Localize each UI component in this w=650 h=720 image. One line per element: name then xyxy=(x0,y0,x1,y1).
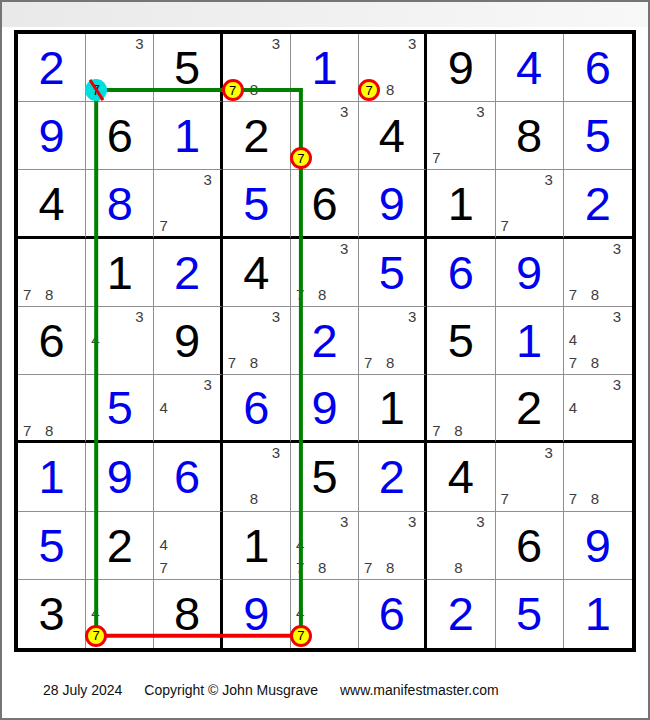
candidate-3: 3 xyxy=(408,36,416,51)
cell-r9c5: 47 xyxy=(291,580,359,648)
solved-digit: 9 xyxy=(223,580,290,648)
candidate-8: 8 xyxy=(318,560,326,575)
footer-website: www.manifestmaster.com xyxy=(340,682,499,698)
given-digit: 2 xyxy=(223,102,290,169)
solved-digit: 1 xyxy=(291,34,358,101)
candidate-8: 8 xyxy=(45,423,53,438)
candidate-3: 3 xyxy=(272,36,280,51)
solved-digit: 5 xyxy=(223,170,290,235)
given-digit: 4 xyxy=(18,170,85,235)
candidate-3: 3 xyxy=(340,241,348,256)
cell-r9c1: 3 xyxy=(18,580,86,648)
candidate-7: 7 xyxy=(364,82,372,97)
cell-r5c6: 378 xyxy=(359,307,427,375)
candidate-3: 3 xyxy=(272,309,280,324)
candidate-3: 3 xyxy=(408,309,416,324)
candidate-8: 8 xyxy=(250,491,258,506)
cell-r8c4: 1 xyxy=(223,512,291,580)
solved-digit: 9 xyxy=(18,102,85,169)
given-digit: 5 xyxy=(154,34,219,101)
cell-r9c3: 8 xyxy=(154,580,222,648)
solved-digit: 6 xyxy=(427,239,494,306)
solved-digit: 6 xyxy=(564,34,632,101)
cell-r8c5: 3478 xyxy=(291,512,359,580)
solved-digit: 6 xyxy=(359,580,424,648)
solved-digit: 2 xyxy=(18,34,85,101)
cell-r9c2: 47 xyxy=(86,580,154,648)
candidate-7: 7 xyxy=(296,628,304,643)
solved-digit: 2 xyxy=(564,170,632,235)
sudoku-board: 2375378137894696123743785483756913727812… xyxy=(14,30,636,652)
candidate-7: 7 xyxy=(159,560,167,575)
cell-r3c2: 8 xyxy=(86,170,154,238)
cell-r6c1: 78 xyxy=(18,375,86,443)
candidate-4: 4 xyxy=(296,537,304,552)
cell-r5c8: 1 xyxy=(496,307,564,375)
candidate-7: 7 xyxy=(501,218,509,233)
given-digit: 2 xyxy=(496,375,563,440)
cell-r8c6: 378 xyxy=(359,512,427,580)
candidate-7: 7 xyxy=(569,491,577,506)
given-digit: 6 xyxy=(18,307,85,374)
cell-r8c7: 38 xyxy=(427,512,495,580)
cell-r3c1: 4 xyxy=(18,170,86,238)
candidate-3: 3 xyxy=(135,36,143,51)
given-digit: 8 xyxy=(496,102,563,169)
candidate-8: 8 xyxy=(591,287,599,302)
cell-r2c3: 1 xyxy=(154,102,222,170)
cell-r6c8: 2 xyxy=(496,375,564,443)
given-digit: 3 xyxy=(18,580,85,648)
cell-r5c7: 5 xyxy=(427,307,495,375)
board-cells: 2375378137894696123743785483756913727812… xyxy=(18,34,632,648)
cell-r4c1: 78 xyxy=(18,239,86,307)
solved-digit: 1 xyxy=(496,307,563,374)
solved-digit: 5 xyxy=(496,580,563,648)
candidate-4: 4 xyxy=(569,400,577,415)
cell-r3c7: 1 xyxy=(427,170,495,238)
candidate-7: 7 xyxy=(23,423,31,438)
given-digit: 4 xyxy=(223,239,290,306)
cell-r5c4: 378 xyxy=(223,307,291,375)
solved-digit: 5 xyxy=(18,512,85,579)
given-digit: 1 xyxy=(223,512,290,579)
candidate-7: 7 xyxy=(228,82,236,97)
candidate-3: 3 xyxy=(613,241,621,256)
candidate-3: 3 xyxy=(135,309,143,324)
cell-r5c5: 2 xyxy=(291,307,359,375)
candidate-4: 4 xyxy=(296,605,304,620)
given-digit: 4 xyxy=(359,102,424,169)
cell-r7c6: 2 xyxy=(359,443,427,511)
cell-r3c4: 5 xyxy=(223,170,291,238)
candidate-7: 7 xyxy=(364,355,372,370)
candidate-7: 7 xyxy=(501,491,509,506)
solved-digit: 5 xyxy=(359,239,424,306)
cell-r8c2: 2 xyxy=(86,512,154,580)
candidate-8: 8 xyxy=(45,287,53,302)
candidate-3: 3 xyxy=(340,104,348,119)
given-digit: 6 xyxy=(291,170,358,235)
candidate-3: 3 xyxy=(203,377,211,392)
footer-date: 28 July 2024 xyxy=(43,682,122,698)
cell-r5c3: 9 xyxy=(154,307,222,375)
cell-r2c8: 8 xyxy=(496,102,564,170)
candidate-4: 4 xyxy=(569,332,577,347)
candidate-3: 3 xyxy=(272,445,280,460)
given-digit: 1 xyxy=(427,170,494,235)
candidate-8: 8 xyxy=(591,355,599,370)
header-band xyxy=(2,2,648,27)
candidate-7: 7 xyxy=(228,355,236,370)
cell-r7c9: 78 xyxy=(564,443,632,511)
given-digit: 4 xyxy=(427,443,494,510)
cell-r6c6: 1 xyxy=(359,375,427,443)
cell-r8c1: 5 xyxy=(18,512,86,580)
candidate-8: 8 xyxy=(250,82,258,97)
candidate-7: 7 xyxy=(296,150,304,165)
solved-digit: 9 xyxy=(496,239,563,306)
cell-r2c9: 5 xyxy=(564,102,632,170)
candidate-3: 3 xyxy=(408,514,416,529)
solved-digit: 1 xyxy=(154,102,219,169)
solved-digit: 9 xyxy=(291,375,358,440)
candidate-3: 3 xyxy=(613,309,621,324)
solved-digit: 2 xyxy=(359,443,424,510)
candidate-4: 4 xyxy=(91,605,99,620)
given-digit: 1 xyxy=(359,375,424,440)
cell-r1c2: 37 xyxy=(86,34,154,102)
candidate-3: 3 xyxy=(545,445,553,460)
solved-digit: 6 xyxy=(223,375,290,440)
cell-r6c3: 34 xyxy=(154,375,222,443)
cell-r8c3: 47 xyxy=(154,512,222,580)
cell-r1c4: 378 xyxy=(223,34,291,102)
cell-r2c4: 2 xyxy=(223,102,291,170)
solved-digit: 4 xyxy=(496,34,563,101)
cell-r3c9: 2 xyxy=(564,170,632,238)
cell-r7c7: 4 xyxy=(427,443,495,511)
candidate-3: 3 xyxy=(545,172,553,187)
solved-digit: 2 xyxy=(427,580,494,648)
cell-r1c3: 5 xyxy=(154,34,222,102)
candidate-7: 7 xyxy=(364,560,372,575)
cell-r4c6: 5 xyxy=(359,239,427,307)
solved-digit: 9 xyxy=(564,512,632,579)
cell-r7c3: 6 xyxy=(154,443,222,511)
candidate-8: 8 xyxy=(591,491,599,506)
cell-r6c4: 6 xyxy=(223,375,291,443)
solved-digit: 8 xyxy=(86,170,153,235)
candidate-7: 7 xyxy=(569,287,577,302)
candidate-7: 7 xyxy=(296,560,304,575)
cell-r1c5: 1 xyxy=(291,34,359,102)
candidate-4: 4 xyxy=(159,537,167,552)
cell-r2c5: 37 xyxy=(291,102,359,170)
cell-r1c8: 4 xyxy=(496,34,564,102)
cell-r4c2: 1 xyxy=(86,239,154,307)
cell-r7c5: 5 xyxy=(291,443,359,511)
candidate-3: 3 xyxy=(476,514,484,529)
candidate-8: 8 xyxy=(454,560,462,575)
cell-r6c7: 78 xyxy=(427,375,495,443)
cell-r2c7: 37 xyxy=(427,102,495,170)
cell-r1c1: 2 xyxy=(18,34,86,102)
footer: 28 July 2024 Copyright © John Musgrave w… xyxy=(43,682,499,698)
cell-r9c7: 2 xyxy=(427,580,495,648)
given-digit: 1 xyxy=(86,239,153,306)
candidate-8: 8 xyxy=(386,560,394,575)
cell-r5c2: 34 xyxy=(86,307,154,375)
candidate-7: 7 xyxy=(569,355,577,370)
solved-digit: 2 xyxy=(291,307,358,374)
given-digit: 8 xyxy=(154,580,219,648)
candidate-7: 7 xyxy=(23,287,31,302)
cell-r6c5: 9 xyxy=(291,375,359,443)
cell-r4c3: 2 xyxy=(154,239,222,307)
cell-r6c2: 5 xyxy=(86,375,154,443)
cell-r9c8: 5 xyxy=(496,580,564,648)
cell-r1c6: 378 xyxy=(359,34,427,102)
cell-r5c9: 3478 xyxy=(564,307,632,375)
cell-r4c8: 9 xyxy=(496,239,564,307)
candidate-8: 8 xyxy=(454,423,462,438)
given-digit: 9 xyxy=(154,307,219,374)
candidate-8: 8 xyxy=(250,355,258,370)
candidate-8: 8 xyxy=(386,355,394,370)
cell-r7c4: 38 xyxy=(223,443,291,511)
cell-r2c1: 9 xyxy=(18,102,86,170)
cell-r9c6: 6 xyxy=(359,580,427,648)
cell-r1c7: 9 xyxy=(427,34,495,102)
candidate-3: 3 xyxy=(476,104,484,119)
cell-r2c6: 4 xyxy=(359,102,427,170)
cell-r3c6: 9 xyxy=(359,170,427,238)
cell-r3c8: 37 xyxy=(496,170,564,238)
candidate-4: 4 xyxy=(91,332,99,347)
solved-digit: 5 xyxy=(564,102,632,169)
candidate-8: 8 xyxy=(386,82,394,97)
cell-r8c8: 6 xyxy=(496,512,564,580)
given-digit: 6 xyxy=(496,512,563,579)
candidate-7: 7 xyxy=(432,150,440,165)
cell-r2c2: 6 xyxy=(86,102,154,170)
candidate-3: 3 xyxy=(613,377,621,392)
candidate-7: 7 xyxy=(91,628,99,643)
cell-r9c9: 1 xyxy=(564,580,632,648)
candidate-7: 7 xyxy=(432,423,440,438)
solved-digit: 2 xyxy=(154,239,219,306)
candidate-3: 3 xyxy=(340,514,348,529)
footer-copyright: Copyright © John Musgrave xyxy=(144,682,318,698)
candidate-3: 3 xyxy=(203,172,211,187)
cell-r7c1: 1 xyxy=(18,443,86,511)
cell-r4c7: 6 xyxy=(427,239,495,307)
cell-r5c1: 6 xyxy=(18,307,86,375)
cell-r3c5: 6 xyxy=(291,170,359,238)
cell-r7c2: 9 xyxy=(86,443,154,511)
candidate-7: 7 xyxy=(91,82,99,97)
candidate-7: 7 xyxy=(159,218,167,233)
solved-digit: 9 xyxy=(359,170,424,235)
solved-digit: 1 xyxy=(564,580,632,648)
cell-r4c9: 378 xyxy=(564,239,632,307)
cell-r1c9: 6 xyxy=(564,34,632,102)
given-digit: 6 xyxy=(86,102,153,169)
given-digit: 5 xyxy=(291,443,358,510)
given-digit: 9 xyxy=(427,34,494,101)
candidate-8: 8 xyxy=(318,287,326,302)
candidate-4: 4 xyxy=(159,400,167,415)
cell-r4c5: 378 xyxy=(291,239,359,307)
solved-digit: 5 xyxy=(86,375,153,440)
solved-digit: 9 xyxy=(86,443,153,510)
cell-r6c9: 34 xyxy=(564,375,632,443)
solved-digit: 6 xyxy=(154,443,219,510)
given-digit: 2 xyxy=(86,512,153,579)
solved-digit: 1 xyxy=(18,443,85,510)
cell-r9c4: 9 xyxy=(223,580,291,648)
cell-r7c8: 37 xyxy=(496,443,564,511)
cell-r4c4: 4 xyxy=(223,239,291,307)
cell-r8c9: 9 xyxy=(564,512,632,580)
given-digit: 5 xyxy=(427,307,494,374)
candidate-7: 7 xyxy=(296,287,304,302)
page: 2375378137894696123743785483756913727812… xyxy=(0,0,650,720)
cell-r3c3: 37 xyxy=(154,170,222,238)
